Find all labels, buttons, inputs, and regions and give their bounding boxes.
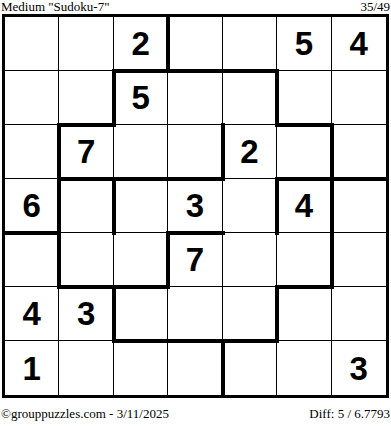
region-border-h bbox=[57, 123, 115, 127]
difficulty-rating: Diff: 5 / 6.7793 bbox=[309, 406, 390, 422]
cell-r2c7[interactable] bbox=[332, 71, 386, 125]
region-border-v bbox=[221, 123, 225, 181]
region-border-h bbox=[112, 69, 279, 73]
cell-r3c3[interactable] bbox=[114, 125, 168, 179]
cell-r2c4[interactable] bbox=[168, 71, 222, 125]
cell-r2c2[interactable] bbox=[59, 71, 113, 125]
region-border-v bbox=[166, 15, 170, 73]
cell-r5c5[interactable] bbox=[223, 233, 277, 287]
cell-r1c1[interactable] bbox=[5, 17, 59, 71]
given-r1c7[interactable]: 4 bbox=[332, 17, 386, 71]
sudoku-board[interactable]: 25457263474313 bbox=[2, 14, 389, 398]
region-border-v bbox=[112, 69, 116, 127]
given-r4c4[interactable]: 3 bbox=[168, 179, 222, 233]
given-r2c3[interactable]: 5 bbox=[114, 71, 168, 125]
cell-r4c3[interactable] bbox=[114, 179, 168, 233]
region-border-h bbox=[3, 231, 61, 235]
given-r4c6[interactable]: 4 bbox=[277, 179, 331, 233]
region-border-v bbox=[221, 339, 225, 397]
region-border-h bbox=[112, 339, 279, 343]
cell-r3c6[interactable] bbox=[277, 125, 331, 179]
cell-r5c2[interactable] bbox=[59, 233, 113, 287]
cell-r4c7[interactable] bbox=[332, 179, 386, 233]
header: Medium "Sudoku-7" 35/49 bbox=[0, 0, 391, 14]
sudoku-page: Medium "Sudoku-7" 35/49 25457263474313 ©… bbox=[0, 0, 391, 426]
region-border-v bbox=[275, 69, 279, 127]
cell-r6c6[interactable] bbox=[277, 287, 331, 341]
cell-r7c5[interactable] bbox=[223, 341, 277, 395]
given-r7c7[interactable]: 3 bbox=[332, 341, 386, 395]
cell-r7c4[interactable] bbox=[168, 341, 222, 395]
given-r1c6[interactable]: 5 bbox=[277, 17, 331, 71]
cell-r5c7[interactable] bbox=[332, 233, 386, 287]
region-border-v bbox=[275, 285, 279, 343]
footer: ©grouppuzzles.com - 3/11/2025 Diff: 5 / … bbox=[0, 403, 391, 423]
given-r6c1[interactable]: 4 bbox=[5, 287, 59, 341]
empty-cell-counter: 35/49 bbox=[360, 0, 390, 15]
cell-r7c6[interactable] bbox=[277, 341, 331, 395]
region-border-h bbox=[275, 285, 333, 289]
cell-r5c3[interactable] bbox=[114, 233, 168, 287]
cell-r2c1[interactable] bbox=[5, 71, 59, 125]
cell-r6c5[interactable] bbox=[223, 287, 277, 341]
cell-r5c1[interactable] bbox=[5, 233, 59, 287]
cell-r2c6[interactable] bbox=[277, 71, 331, 125]
given-r5c4[interactable]: 7 bbox=[168, 233, 222, 287]
given-r3c5[interactable]: 2 bbox=[223, 125, 277, 179]
cell-r4c5[interactable] bbox=[223, 179, 277, 233]
region-border-h bbox=[275, 123, 333, 127]
cell-r4c2[interactable] bbox=[59, 179, 113, 233]
copyright-date: ©grouppuzzles.com - 3/11/2025 bbox=[1, 406, 169, 422]
cell-r7c3[interactable] bbox=[114, 341, 168, 395]
cell-r6c7[interactable] bbox=[332, 287, 386, 341]
given-r7c1[interactable]: 1 bbox=[5, 341, 59, 395]
puzzle-title: Medium "Sudoku-7" bbox=[1, 0, 109, 15]
given-r1c3[interactable]: 2 bbox=[114, 17, 168, 71]
cell-r1c5[interactable] bbox=[223, 17, 277, 71]
cell-r1c4[interactable] bbox=[168, 17, 222, 71]
region-border-v bbox=[112, 285, 116, 343]
region-border-v bbox=[57, 123, 61, 289]
region-border-v bbox=[330, 123, 334, 289]
cell-r5c6[interactable] bbox=[277, 233, 331, 287]
cell-r3c1[interactable] bbox=[5, 125, 59, 179]
region-border-h bbox=[166, 231, 224, 235]
cell-r7c2[interactable] bbox=[59, 341, 113, 395]
cell-r3c7[interactable] bbox=[332, 125, 386, 179]
cell-r2c5[interactable] bbox=[223, 71, 277, 125]
given-r3c2[interactable]: 7 bbox=[59, 125, 113, 179]
cell-r6c4[interactable] bbox=[168, 287, 222, 341]
given-r6c2[interactable]: 3 bbox=[59, 287, 113, 341]
cell-r3c4[interactable] bbox=[168, 125, 222, 179]
cell-r6c3[interactable] bbox=[114, 287, 168, 341]
region-border-v bbox=[275, 177, 279, 235]
region-border-v bbox=[112, 177, 116, 235]
region-border-v bbox=[166, 231, 170, 289]
region-border-h bbox=[57, 177, 224, 181]
given-r4c1[interactable]: 6 bbox=[5, 179, 59, 233]
cell-r1c2[interactable] bbox=[59, 17, 113, 71]
